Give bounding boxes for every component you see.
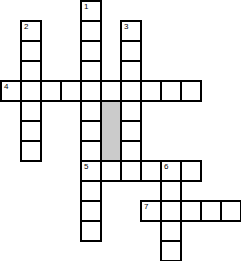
crossword-cell-r3c4[interactable] bbox=[80, 60, 102, 82]
crossword-cell-r4c0[interactable]: 4 bbox=[0, 80, 22, 102]
crossword-cell-r8c8[interactable]: 6 bbox=[160, 160, 182, 182]
clue-number-6: 6 bbox=[164, 163, 168, 171]
crossword-cell-r8c4[interactable]: 5 bbox=[80, 160, 102, 182]
crossword-cell-r8c5[interactable] bbox=[100, 160, 122, 182]
crossword-cell-r12c8[interactable] bbox=[160, 240, 182, 261]
crossword-cell-r4c8[interactable] bbox=[160, 80, 182, 102]
crossword-cell-r4c3[interactable] bbox=[60, 80, 82, 102]
crossword-cell-r10c9[interactable] bbox=[180, 200, 202, 222]
crossword-cell-r7c1[interactable] bbox=[20, 140, 42, 162]
crossword-cell-r4c6[interactable] bbox=[120, 80, 142, 102]
crossword-cell-r4c9[interactable] bbox=[180, 80, 202, 102]
crossword-cell-r9c4[interactable] bbox=[80, 180, 102, 202]
clue-number-4: 4 bbox=[4, 83, 8, 91]
crossword-cell-r5c6[interactable] bbox=[120, 100, 142, 122]
crossword-cell-r3c6[interactable] bbox=[120, 60, 142, 82]
crossword-cell-r1c4[interactable] bbox=[80, 20, 102, 42]
crossword-cell-r10c8[interactable] bbox=[160, 200, 182, 222]
crossword-cell-r9c8[interactable] bbox=[160, 180, 182, 202]
crossword-cell-r11c8[interactable] bbox=[160, 220, 182, 242]
crossword-cell-r8c6[interactable] bbox=[120, 160, 142, 182]
crossword-cell-r6c4[interactable] bbox=[80, 120, 102, 142]
crossword-cell-r1c6[interactable]: 3 bbox=[120, 20, 142, 42]
crossword-cell-r6c6[interactable] bbox=[120, 120, 142, 142]
crossword-cell-r4c1[interactable] bbox=[20, 80, 42, 102]
clue-number-5: 5 bbox=[84, 163, 88, 171]
crossword-cell-r3c1[interactable] bbox=[20, 60, 42, 82]
crossword-cell-r4c5[interactable] bbox=[100, 80, 122, 102]
clue-number-3: 3 bbox=[124, 23, 128, 31]
crossword-cell-r1c1[interactable]: 2 bbox=[20, 20, 42, 42]
crossword-cell-r4c4[interactable] bbox=[80, 80, 102, 102]
crossword-cell-r7c4[interactable] bbox=[80, 140, 102, 162]
crossword-cell-r0c4[interactable]: 1 bbox=[80, 0, 102, 22]
crossword-cell-r4c7[interactable] bbox=[140, 80, 162, 102]
crossword-board: 1234567 bbox=[0, 0, 241, 261]
crossword-cell-r2c6[interactable] bbox=[120, 40, 142, 62]
crossword-cell-r2c1[interactable] bbox=[20, 40, 42, 62]
clue-number-1: 1 bbox=[84, 3, 88, 11]
clue-number-2: 2 bbox=[24, 23, 28, 31]
crossword-cell-r5c1[interactable] bbox=[20, 100, 42, 122]
crossword-cell-r7c6[interactable] bbox=[120, 140, 142, 162]
clue-number-7: 7 bbox=[144, 203, 148, 211]
crossword-cell-r6c1[interactable] bbox=[20, 120, 42, 142]
crossword-cell-r10c10[interactable] bbox=[200, 200, 222, 222]
crossword-cell-r2c4[interactable] bbox=[80, 40, 102, 62]
crossword-cell-r4c2[interactable] bbox=[40, 80, 62, 102]
crossword-cell-r8c9[interactable] bbox=[180, 160, 202, 182]
crossword-cell-r11c4[interactable] bbox=[80, 220, 102, 242]
crossword-cell-r10c7[interactable]: 7 bbox=[140, 200, 162, 222]
crossword-cell-r10c4[interactable] bbox=[80, 200, 102, 222]
highlighted-gray-block bbox=[100, 100, 122, 162]
crossword-cell-r5c4[interactable] bbox=[80, 100, 102, 122]
crossword-cell-r8c7[interactable] bbox=[140, 160, 162, 182]
crossword-cell-r10c11[interactable] bbox=[220, 200, 241, 222]
